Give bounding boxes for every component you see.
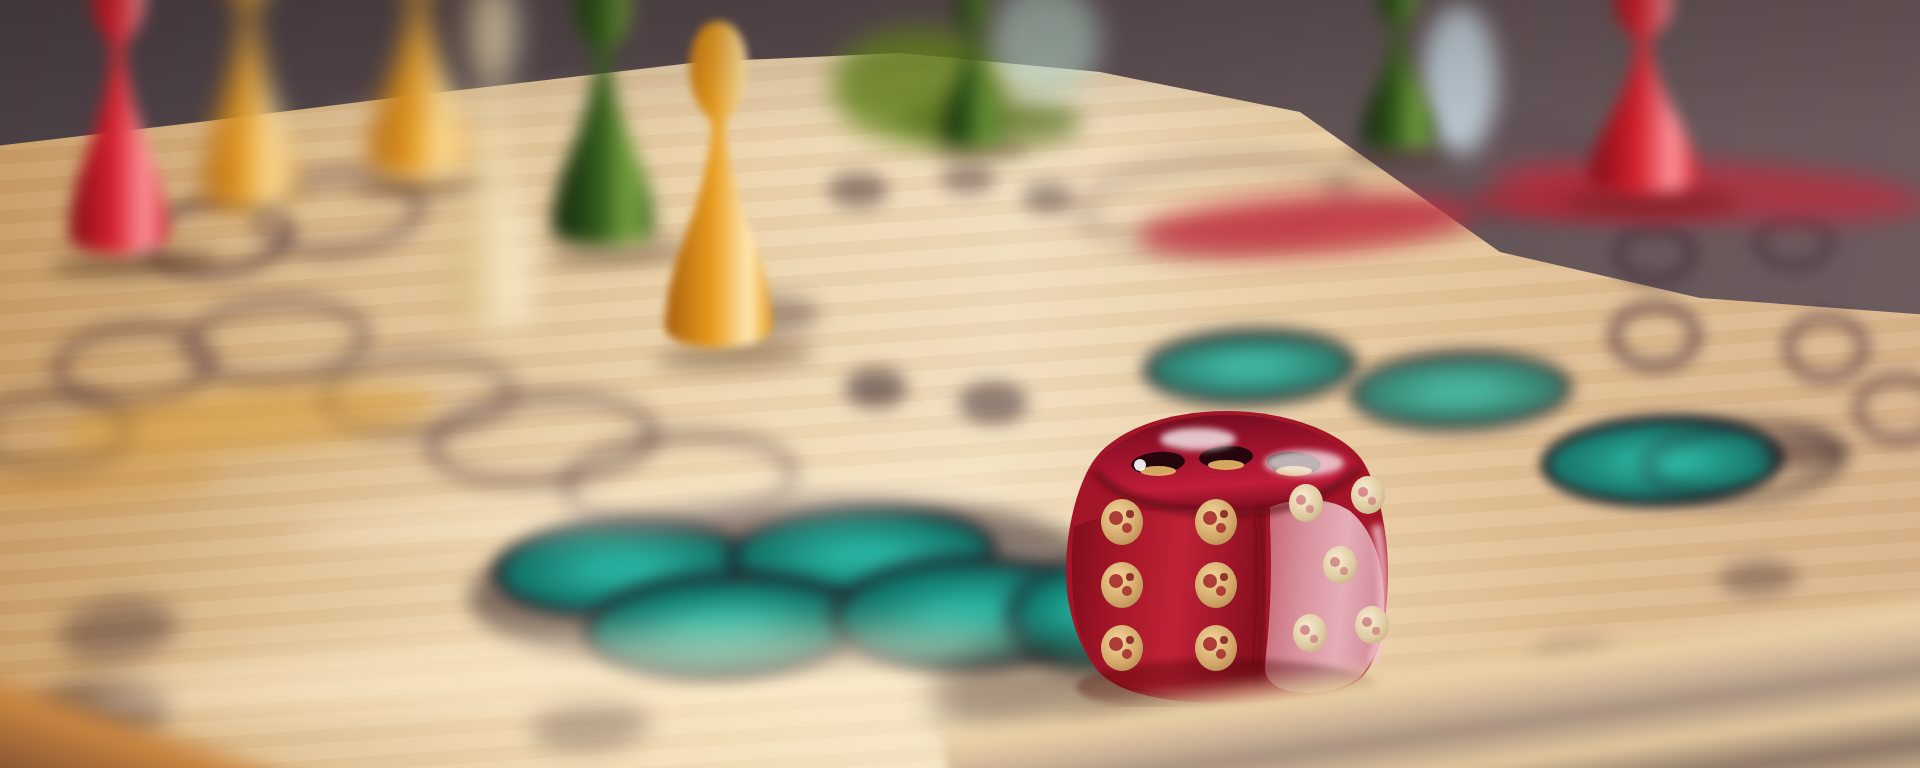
- pawn-shape: [1348, 0, 1448, 152]
- pawn-yellow[interactable]: [186, 0, 311, 215]
- pawn-shape: [186, 0, 311, 215]
- pawn-shape: [1571, 0, 1716, 196]
- ludo-board-photo: [0, 0, 1920, 768]
- pawn-red[interactable]: [51, 0, 186, 258]
- pawn-shape: [932, 0, 1012, 148]
- pawn-yellow[interactable]: [646, 14, 791, 352]
- pawn-shape: [646, 14, 791, 352]
- pawn-shape: [51, 0, 186, 258]
- pawn-green[interactable]: [1348, 0, 1448, 152]
- pawn-red[interactable]: [1571, 0, 1716, 196]
- pawn-green[interactable]: [932, 0, 1012, 148]
